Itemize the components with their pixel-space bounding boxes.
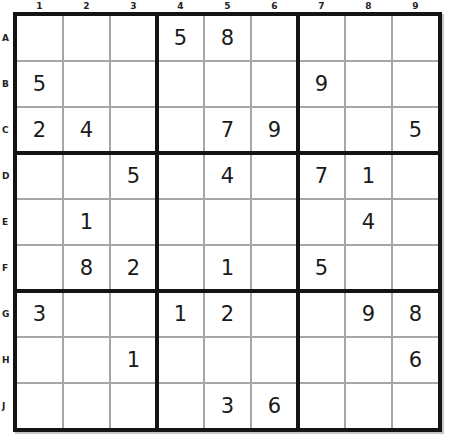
cell-E6[interactable] — [252, 200, 297, 244]
column-label-6: 6 — [252, 1, 297, 12]
cell-A6[interactable] — [252, 16, 297, 60]
cell-D7[interactable]: 7 — [299, 154, 344, 198]
cell-E7[interactable] — [299, 200, 344, 244]
cell-F7[interactable]: 5 — [299, 246, 344, 290]
column-label-7: 7 — [299, 1, 344, 12]
cell-H8[interactable] — [346, 338, 391, 382]
cell-H4[interactable] — [158, 338, 203, 382]
row-label-H: H — [2, 355, 10, 365]
cell-J2[interactable] — [64, 384, 109, 428]
cell-B1[interactable]: 5 — [17, 62, 62, 106]
cell-G4[interactable]: 1 — [158, 292, 203, 336]
cell-D5[interactable]: 4 — [205, 154, 250, 198]
row-label-F: F — [2, 263, 8, 273]
cell-D9[interactable] — [393, 154, 438, 198]
column-label-5: 5 — [205, 1, 250, 12]
cell-C5[interactable]: 7 — [205, 108, 250, 152]
row-label-B: B — [2, 79, 9, 89]
cell-B4[interactable] — [158, 62, 203, 106]
cell-B3[interactable] — [111, 62, 156, 106]
column-label-9: 9 — [393, 1, 438, 12]
cell-G1[interactable]: 3 — [17, 292, 62, 336]
cell-A1[interactable] — [17, 16, 62, 60]
row-label-E: E — [2, 217, 8, 227]
cell-J7[interactable] — [299, 384, 344, 428]
cell-J1[interactable] — [17, 384, 62, 428]
cell-E2[interactable]: 1 — [64, 200, 109, 244]
cell-B2[interactable] — [64, 62, 109, 106]
cell-G8[interactable]: 9 — [346, 292, 391, 336]
cell-A7[interactable] — [299, 16, 344, 60]
cell-C3[interactable] — [111, 108, 156, 152]
cell-A5[interactable]: 8 — [205, 16, 250, 60]
column-labels: 123456789 — [13, 0, 442, 12]
cell-G9[interactable]: 8 — [393, 292, 438, 336]
cell-C8[interactable] — [346, 108, 391, 152]
cell-G5[interactable]: 2 — [205, 292, 250, 336]
cell-F2[interactable]: 8 — [64, 246, 109, 290]
row-label-D: D — [2, 171, 9, 181]
column-label-1: 1 — [17, 1, 62, 12]
cell-F9[interactable] — [393, 246, 438, 290]
cell-H2[interactable] — [64, 338, 109, 382]
cell-E5[interactable] — [205, 200, 250, 244]
cell-H9[interactable]: 6 — [393, 338, 438, 382]
cell-D8[interactable]: 1 — [346, 154, 391, 198]
cell-J8[interactable] — [346, 384, 391, 428]
cell-G2[interactable] — [64, 292, 109, 336]
cell-H7[interactable] — [299, 338, 344, 382]
row-label-G: G — [2, 309, 9, 319]
cell-B5[interactable] — [205, 62, 250, 106]
sudoku-board: 5859247955471148215312981636 — [13, 12, 442, 432]
row-label-J: J — [2, 401, 5, 411]
cell-F1[interactable] — [17, 246, 62, 290]
cell-A9[interactable] — [393, 16, 438, 60]
cell-D3[interactable]: 5 — [111, 154, 156, 198]
column-label-2: 2 — [64, 1, 109, 12]
cell-E1[interactable] — [17, 200, 62, 244]
cell-E8[interactable]: 4 — [346, 200, 391, 244]
cell-F5[interactable]: 1 — [205, 246, 250, 290]
cell-C7[interactable] — [299, 108, 344, 152]
column-label-8: 8 — [346, 1, 391, 12]
cell-J9[interactable] — [393, 384, 438, 428]
cell-B6[interactable] — [252, 62, 297, 106]
row-label-C: C — [2, 125, 9, 135]
cell-G3[interactable] — [111, 292, 156, 336]
corner-spacer — [0, 0, 13, 12]
cell-C4[interactable] — [158, 108, 203, 152]
cell-H6[interactable] — [252, 338, 297, 382]
cell-C1[interactable]: 2 — [17, 108, 62, 152]
cell-C2[interactable]: 4 — [64, 108, 109, 152]
cell-B7[interactable]: 9 — [299, 62, 344, 106]
cell-F4[interactable] — [158, 246, 203, 290]
cell-A4[interactable]: 5 — [158, 16, 203, 60]
cell-F3[interactable]: 2 — [111, 246, 156, 290]
cell-E4[interactable] — [158, 200, 203, 244]
cell-J5[interactable]: 3 — [205, 384, 250, 428]
cell-B9[interactable] — [393, 62, 438, 106]
cell-D6[interactable] — [252, 154, 297, 198]
cell-H3[interactable]: 1 — [111, 338, 156, 382]
cell-A3[interactable] — [111, 16, 156, 60]
cell-A8[interactable] — [346, 16, 391, 60]
cell-D1[interactable] — [17, 154, 62, 198]
cell-J4[interactable] — [158, 384, 203, 428]
cell-H1[interactable] — [17, 338, 62, 382]
cell-J3[interactable] — [111, 384, 156, 428]
sudoku-page: 123456789 ABCDEFGHJ 58592479554711482153… — [0, 0, 453, 432]
cell-E9[interactable] — [393, 200, 438, 244]
cell-E3[interactable] — [111, 200, 156, 244]
cell-D4[interactable] — [158, 154, 203, 198]
cell-C6[interactable]: 9 — [252, 108, 297, 152]
column-label-4: 4 — [158, 1, 203, 12]
column-label-3: 3 — [111, 1, 156, 12]
cell-H5[interactable] — [205, 338, 250, 382]
cell-C9[interactable]: 5 — [393, 108, 438, 152]
cell-B8[interactable] — [346, 62, 391, 106]
cell-G7[interactable] — [299, 292, 344, 336]
board-wrap: 5859247955471148215312981636 — [13, 12, 442, 432]
row-label-A: A — [2, 33, 9, 43]
cell-D2[interactable] — [64, 154, 109, 198]
cell-J6[interactable]: 6 — [252, 384, 297, 428]
cell-F8[interactable] — [346, 246, 391, 290]
cell-G6[interactable] — [252, 292, 297, 336]
cell-A2[interactable] — [64, 16, 109, 60]
cell-F6[interactable] — [252, 246, 297, 290]
row-labels: ABCDEFGHJ — [0, 12, 13, 432]
